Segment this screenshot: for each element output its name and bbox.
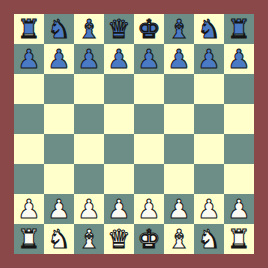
square-b4[interactable] (44, 134, 74, 164)
square-g7[interactable]: ♟ (194, 44, 224, 74)
square-c2[interactable]: ♟ (74, 194, 104, 224)
square-c6[interactable] (74, 74, 104, 104)
square-h5[interactable] (224, 104, 254, 134)
piece-black-pawn[interactable]: ♟ (47, 44, 70, 74)
square-h7[interactable]: ♟ (224, 44, 254, 74)
square-d7[interactable]: ♟ (104, 44, 134, 74)
piece-white-knight[interactable]: ♞ (197, 224, 220, 254)
piece-white-rook[interactable]: ♜ (17, 224, 40, 254)
square-b3[interactable] (44, 164, 74, 194)
square-c8[interactable]: ♝ (74, 14, 104, 44)
piece-black-rook[interactable]: ♜ (227, 14, 250, 44)
square-g5[interactable] (194, 104, 224, 134)
square-a1[interactable]: ♜ (14, 224, 44, 254)
chess-board: ♜♞♝♛♚♝♞♜♟♟♟♟♟♟♟♟♟♟♟♟♟♟♟♟♜♞♝♛♚♝♞♜ (14, 14, 254, 254)
square-b8[interactable]: ♞ (44, 14, 74, 44)
piece-white-pawn[interactable]: ♟ (197, 194, 220, 224)
square-f4[interactable] (164, 134, 194, 164)
piece-black-pawn[interactable]: ♟ (227, 44, 250, 74)
square-e4[interactable] (134, 134, 164, 164)
piece-black-queen[interactable]: ♛ (107, 14, 130, 44)
piece-black-pawn[interactable]: ♟ (17, 44, 40, 74)
square-a4[interactable] (14, 134, 44, 164)
square-f8[interactable]: ♝ (164, 14, 194, 44)
square-e3[interactable] (134, 164, 164, 194)
square-b1[interactable]: ♞ (44, 224, 74, 254)
square-d3[interactable] (104, 164, 134, 194)
square-e5[interactable] (134, 104, 164, 134)
square-h4[interactable] (224, 134, 254, 164)
piece-black-bishop[interactable]: ♝ (77, 14, 100, 44)
square-h2[interactable]: ♟ (224, 194, 254, 224)
square-g2[interactable]: ♟ (194, 194, 224, 224)
piece-white-pawn[interactable]: ♟ (17, 194, 40, 224)
piece-white-bishop[interactable]: ♝ (77, 224, 100, 254)
square-g3[interactable] (194, 164, 224, 194)
piece-white-queen[interactable]: ♛ (107, 224, 130, 254)
square-e8[interactable]: ♚ (134, 14, 164, 44)
piece-white-pawn[interactable]: ♟ (137, 194, 160, 224)
square-d1[interactable]: ♛ (104, 224, 134, 254)
piece-white-bishop[interactable]: ♝ (167, 224, 190, 254)
piece-black-pawn[interactable]: ♟ (167, 44, 190, 74)
piece-black-king[interactable]: ♚ (137, 14, 160, 44)
square-b2[interactable]: ♟ (44, 194, 74, 224)
piece-white-pawn[interactable]: ♟ (47, 194, 70, 224)
square-c5[interactable] (74, 104, 104, 134)
piece-black-bishop[interactable]: ♝ (167, 14, 190, 44)
square-f1[interactable]: ♝ (164, 224, 194, 254)
piece-black-knight[interactable]: ♞ (47, 14, 70, 44)
piece-white-rook[interactable]: ♜ (227, 224, 250, 254)
square-a2[interactable]: ♟ (14, 194, 44, 224)
piece-black-pawn[interactable]: ♟ (107, 44, 130, 74)
square-d5[interactable] (104, 104, 134, 134)
square-e7[interactable]: ♟ (134, 44, 164, 74)
square-c4[interactable] (74, 134, 104, 164)
square-a6[interactable] (14, 74, 44, 104)
square-h3[interactable] (224, 164, 254, 194)
piece-white-pawn[interactable]: ♟ (227, 194, 250, 224)
piece-black-pawn[interactable]: ♟ (137, 44, 160, 74)
piece-black-pawn[interactable]: ♟ (77, 44, 100, 74)
square-h8[interactable]: ♜ (224, 14, 254, 44)
square-b6[interactable] (44, 74, 74, 104)
piece-white-pawn[interactable]: ♟ (167, 194, 190, 224)
square-f7[interactable]: ♟ (164, 44, 194, 74)
square-f5[interactable] (164, 104, 194, 134)
square-g4[interactable] (194, 134, 224, 164)
square-f2[interactable]: ♟ (164, 194, 194, 224)
square-d4[interactable] (104, 134, 134, 164)
square-a3[interactable] (14, 164, 44, 194)
square-c1[interactable]: ♝ (74, 224, 104, 254)
square-g1[interactable]: ♞ (194, 224, 224, 254)
square-a8[interactable]: ♜ (14, 14, 44, 44)
piece-white-knight[interactable]: ♞ (47, 224, 70, 254)
square-a7[interactable]: ♟ (14, 44, 44, 74)
square-d8[interactable]: ♛ (104, 14, 134, 44)
square-h6[interactable] (224, 74, 254, 104)
square-e2[interactable]: ♟ (134, 194, 164, 224)
square-e6[interactable] (134, 74, 164, 104)
piece-black-knight[interactable]: ♞ (197, 14, 220, 44)
square-c7[interactable]: ♟ (74, 44, 104, 74)
piece-white-pawn[interactable]: ♟ (77, 194, 100, 224)
piece-black-rook[interactable]: ♜ (17, 14, 40, 44)
piece-white-king[interactable]: ♚ (137, 224, 160, 254)
square-f6[interactable] (164, 74, 194, 104)
piece-white-pawn[interactable]: ♟ (107, 194, 130, 224)
square-f3[interactable] (164, 164, 194, 194)
square-e1[interactable]: ♚ (134, 224, 164, 254)
square-b5[interactable] (44, 104, 74, 134)
square-h1[interactable]: ♜ (224, 224, 254, 254)
square-a5[interactable] (14, 104, 44, 134)
piece-black-pawn[interactable]: ♟ (197, 44, 220, 74)
square-d6[interactable] (104, 74, 134, 104)
square-g8[interactable]: ♞ (194, 14, 224, 44)
chess-app-window: ♜♞♝♛♚♝♞♜♟♟♟♟♟♟♟♟♟♟♟♟♟♟♟♟♜♞♝♛♚♝♞♜ (0, 0, 268, 268)
square-c3[interactable] (74, 164, 104, 194)
square-b7[interactable]: ♟ (44, 44, 74, 74)
square-g6[interactable] (194, 74, 224, 104)
square-d2[interactable]: ♟ (104, 194, 134, 224)
